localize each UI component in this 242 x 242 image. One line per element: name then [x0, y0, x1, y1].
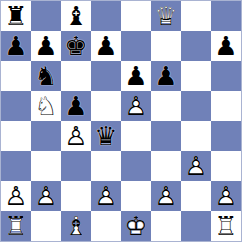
- square-d3[interactable]: [91, 151, 121, 181]
- square-c4[interactable]: ♟♙: [61, 121, 91, 151]
- piece-white-queen[interactable]: ♕: [151, 1, 181, 31]
- square-d6[interactable]: [91, 61, 121, 91]
- square-f7[interactable]: [151, 31, 181, 61]
- square-h2[interactable]: ♟♙: [211, 181, 241, 211]
- square-a7[interactable]: ♟: [1, 31, 31, 61]
- square-f4[interactable]: [151, 121, 181, 151]
- piece-white-pawn-fill: ♟: [91, 181, 121, 211]
- piece-white-knight-fill: ♞: [31, 91, 61, 121]
- square-f6[interactable]: ♟: [151, 61, 181, 91]
- square-a6[interactable]: [1, 61, 31, 91]
- piece-white-pawn[interactable]: ♙: [1, 181, 31, 211]
- square-c6[interactable]: [61, 61, 91, 91]
- piece-white-pawn-fill: ♟: [1, 181, 31, 211]
- square-h5[interactable]: [211, 91, 241, 121]
- square-g1[interactable]: [181, 211, 211, 241]
- piece-white-rook[interactable]: ♖: [1, 211, 31, 241]
- square-h3[interactable]: [211, 151, 241, 181]
- square-c5[interactable]: ♟: [61, 91, 91, 121]
- piece-white-pawn[interactable]: ♙: [211, 181, 241, 211]
- chess-board-container: ♜♝♛♕♟♟♚♟♟♞♟♟♞♘♟♟♙♟♙♛♟♙♟♙♟♙♟♙♟♙♟♙♜♖♝♗♚♔♜♖: [0, 0, 242, 242]
- piece-black-pawn[interactable]: ♟: [31, 31, 61, 61]
- piece-white-bishop-fill: ♝: [61, 211, 91, 241]
- square-b2[interactable]: ♟♙: [31, 181, 61, 211]
- piece-black-rook[interactable]: ♜: [1, 1, 31, 31]
- piece-white-rook[interactable]: ♖: [211, 211, 241, 241]
- square-b4[interactable]: [31, 121, 61, 151]
- square-d7[interactable]: ♟: [91, 31, 121, 61]
- square-c8[interactable]: ♝: [61, 1, 91, 31]
- piece-white-pawn[interactable]: ♙: [91, 181, 121, 211]
- piece-white-pawn-fill: ♟: [151, 181, 181, 211]
- square-c2[interactable]: [61, 181, 91, 211]
- chess-board: ♜♝♛♕♟♟♚♟♟♞♟♟♞♘♟♟♙♟♙♛♟♙♟♙♟♙♟♙♟♙♟♙♜♖♝♗♚♔♜♖: [0, 0, 242, 242]
- square-g3[interactable]: ♟♙: [181, 151, 211, 181]
- piece-white-pawn[interactable]: ♙: [121, 91, 151, 121]
- square-b6[interactable]: ♞: [31, 61, 61, 91]
- piece-white-pawn-fill: ♟: [61, 121, 91, 151]
- square-f2[interactable]: ♟♙: [151, 181, 181, 211]
- piece-white-pawn[interactable]: ♙: [31, 181, 61, 211]
- square-e1[interactable]: ♚♔: [121, 211, 151, 241]
- square-b8[interactable]: [31, 1, 61, 31]
- square-d2[interactable]: ♟♙: [91, 181, 121, 211]
- square-a3[interactable]: [1, 151, 31, 181]
- square-e6[interactable]: ♟: [121, 61, 151, 91]
- piece-black-pawn[interactable]: ♟: [61, 91, 91, 121]
- piece-white-pawn-fill: ♟: [211, 181, 241, 211]
- square-e4[interactable]: [121, 121, 151, 151]
- square-d5[interactable]: [91, 91, 121, 121]
- piece-black-pawn[interactable]: ♟: [1, 31, 31, 61]
- piece-black-pawn[interactable]: ♟: [121, 61, 151, 91]
- square-c1[interactable]: ♝♗: [61, 211, 91, 241]
- piece-white-pawn[interactable]: ♙: [151, 181, 181, 211]
- piece-white-pawn-fill: ♟: [181, 151, 211, 181]
- square-h1[interactable]: ♜♖: [211, 211, 241, 241]
- piece-black-king[interactable]: ♚: [61, 31, 91, 61]
- square-b3[interactable]: [31, 151, 61, 181]
- square-a8[interactable]: ♜: [1, 1, 31, 31]
- square-f3[interactable]: [151, 151, 181, 181]
- piece-black-queen[interactable]: ♛: [91, 121, 121, 151]
- piece-white-pawn[interactable]: ♙: [181, 151, 211, 181]
- piece-white-king[interactable]: ♔: [121, 211, 151, 241]
- square-h6[interactable]: [211, 61, 241, 91]
- square-g4[interactable]: [181, 121, 211, 151]
- square-g7[interactable]: [181, 31, 211, 61]
- piece-white-pawn-fill: ♟: [121, 91, 151, 121]
- square-e3[interactable]: [121, 151, 151, 181]
- square-c7[interactable]: ♚: [61, 31, 91, 61]
- square-f5[interactable]: [151, 91, 181, 121]
- piece-white-queen-fill: ♛: [151, 1, 181, 31]
- piece-black-pawn[interactable]: ♟: [91, 31, 121, 61]
- square-b7[interactable]: ♟: [31, 31, 61, 61]
- piece-white-pawn[interactable]: ♙: [61, 121, 91, 151]
- piece-white-knight[interactable]: ♘: [31, 91, 61, 121]
- square-f8[interactable]: ♛♕: [151, 1, 181, 31]
- square-d1[interactable]: [91, 211, 121, 241]
- square-b5[interactable]: ♞♘: [31, 91, 61, 121]
- square-a5[interactable]: [1, 91, 31, 121]
- square-g2[interactable]: [181, 181, 211, 211]
- square-c3[interactable]: [61, 151, 91, 181]
- square-e5[interactable]: ♟♙: [121, 91, 151, 121]
- square-d8[interactable]: [91, 1, 121, 31]
- square-a4[interactable]: [1, 121, 31, 151]
- square-a2[interactable]: ♟♙: [1, 181, 31, 211]
- piece-black-pawn[interactable]: ♟: [211, 31, 241, 61]
- square-a1[interactable]: ♜♖: [1, 211, 31, 241]
- square-e8[interactable]: [121, 1, 151, 31]
- square-b1[interactable]: [31, 211, 61, 241]
- piece-white-bishop[interactable]: ♗: [61, 211, 91, 241]
- piece-black-bishop[interactable]: ♝: [61, 1, 91, 31]
- piece-black-pawn[interactable]: ♟: [151, 61, 181, 91]
- piece-white-king-fill: ♚: [121, 211, 151, 241]
- square-g6[interactable]: [181, 61, 211, 91]
- piece-white-pawn-fill: ♟: [31, 181, 61, 211]
- square-e2[interactable]: [121, 181, 151, 211]
- piece-white-rook-fill: ♜: [211, 211, 241, 241]
- piece-black-knight[interactable]: ♞: [31, 61, 61, 91]
- square-f1[interactable]: [151, 211, 181, 241]
- square-g8[interactable]: [181, 1, 211, 31]
- square-g5[interactable]: [181, 91, 211, 121]
- square-h7[interactable]: ♟: [211, 31, 241, 61]
- square-d4[interactable]: ♛: [91, 121, 121, 151]
- square-h8[interactable]: [211, 1, 241, 31]
- square-e7[interactable]: [121, 31, 151, 61]
- piece-white-rook-fill: ♜: [1, 211, 31, 241]
- square-h4[interactable]: [211, 121, 241, 151]
